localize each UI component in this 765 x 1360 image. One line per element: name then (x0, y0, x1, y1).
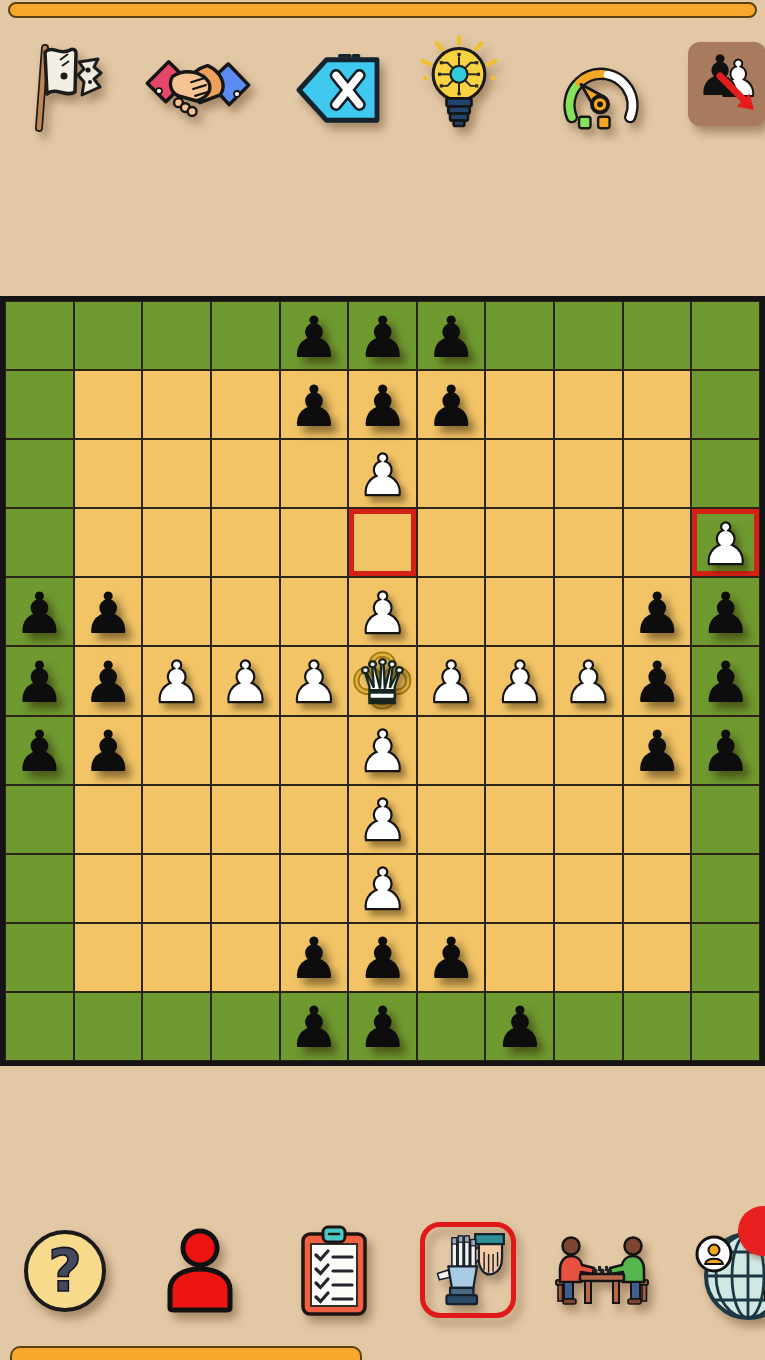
vs-computer-button[interactable] (420, 1222, 516, 1318)
board-cell[interactable] (211, 992, 280, 1061)
board-cell[interactable]: ♟ (280, 301, 349, 370)
clipboard-checklist-icon (298, 1222, 372, 1320)
board-cell[interactable] (74, 992, 143, 1061)
board-cell[interactable] (211, 439, 280, 508)
board-cell[interactable] (142, 785, 211, 854)
black-pawn[interactable]: ♟ (288, 306, 339, 366)
black-pawn[interactable]: ♟ (494, 996, 545, 1056)
svg-text:?: ? (48, 1237, 82, 1305)
board-cell[interactable] (142, 301, 211, 370)
surrender-button[interactable] (24, 40, 114, 134)
hint-button[interactable] (418, 34, 500, 136)
white-pawn[interactable]: ♟ (357, 858, 408, 918)
board-cell[interactable] (554, 301, 623, 370)
board-cell[interactable] (554, 577, 623, 646)
black-pawn[interactable]: ♟ (426, 927, 477, 987)
board-cell[interactable]: ♟ (623, 646, 692, 715)
board-cell[interactable]: ♛ (348, 646, 417, 715)
board-cell[interactable]: ♟ (74, 577, 143, 646)
lightbulb-brain-icon (418, 34, 500, 136)
board-cell[interactable] (211, 854, 280, 923)
board-cell[interactable] (554, 370, 623, 439)
board-cell[interactable]: ♟ (417, 301, 486, 370)
black-pawn[interactable]: ♟ (631, 651, 682, 711)
board-cell[interactable] (211, 370, 280, 439)
board-cell[interactable]: ♟ (280, 370, 349, 439)
board-cell[interactable] (691, 854, 760, 923)
swap-arrow-icon (688, 42, 765, 126)
white-pawn[interactable]: ♟ (220, 651, 271, 711)
board-cell[interactable]: ♟ (691, 577, 760, 646)
board-cell[interactable] (485, 854, 554, 923)
black-pawn[interactable]: ♟ (357, 306, 408, 366)
white-pawn[interactable]: ♟ (357, 789, 408, 849)
board-cell[interactable] (691, 992, 760, 1061)
board-cell[interactable] (280, 439, 349, 508)
board-cell[interactable]: ♟ (348, 301, 417, 370)
board-cell[interactable] (417, 785, 486, 854)
board-cell[interactable]: ♟ (485, 646, 554, 715)
black-pawn[interactable]: ♟ (426, 375, 477, 435)
back-arrow-x-icon (291, 52, 385, 128)
board-cell[interactable] (554, 508, 623, 577)
question-mark-icon: ? (22, 1228, 108, 1314)
gauge-icon (552, 50, 650, 132)
bottom-decor-strip (10, 1346, 362, 1360)
person-icon (158, 1224, 242, 1316)
board-cell[interactable] (554, 992, 623, 1061)
board-cell[interactable] (623, 508, 692, 577)
black-pawn[interactable]: ♟ (426, 306, 477, 366)
board-cell[interactable] (623, 370, 692, 439)
board-cell[interactable] (5, 508, 74, 577)
board-cell[interactable] (211, 301, 280, 370)
board-cell[interactable]: ♟ (348, 785, 417, 854)
board-cell[interactable]: ♟ (348, 854, 417, 923)
board-cell[interactable] (5, 370, 74, 439)
board-cell[interactable]: ♟ (417, 923, 486, 992)
local-two-player-button[interactable] (554, 1230, 650, 1314)
black-pawn[interactable]: ♟ (82, 651, 133, 711)
board-cell[interactable] (74, 301, 143, 370)
hnefatafl-app: ♟ ♟ ♟♟♟♟♟♟♟♟♟♟♟♟♟♟♟♟♟♟♛♟♟♟♟♟♟♟♟♟♟♟♟♟♟♟♟♟… (0, 0, 765, 1360)
undo-button[interactable] (291, 52, 385, 128)
board-cell[interactable] (417, 577, 486, 646)
board-cell[interactable]: ♟ (554, 646, 623, 715)
board-cell[interactable] (554, 439, 623, 508)
board-cell[interactable] (485, 439, 554, 508)
board-cell[interactable] (142, 370, 211, 439)
black-pawn[interactable]: ♟ (357, 927, 408, 987)
black-pawn[interactable]: ♟ (700, 582, 751, 642)
board-cell[interactable]: ♟ (74, 716, 143, 785)
board-cell[interactable] (691, 439, 760, 508)
board-cell[interactable] (554, 923, 623, 992)
board-cell[interactable] (485, 785, 554, 854)
board-cell[interactable]: ♟ (280, 646, 349, 715)
board-cell[interactable] (623, 439, 692, 508)
board-cell[interactable] (623, 301, 692, 370)
board-cell[interactable] (280, 577, 349, 646)
white-pawn[interactable]: ♟ (357, 444, 408, 504)
board-cell[interactable] (142, 577, 211, 646)
board-cell[interactable] (5, 439, 74, 508)
black-pawn[interactable]: ♟ (82, 582, 133, 642)
help-button[interactable]: ? (22, 1228, 108, 1314)
board-cell[interactable] (417, 508, 486, 577)
black-pawn[interactable]: ♟ (14, 651, 65, 711)
white-flag-icon (24, 40, 114, 134)
board-cell[interactable]: ♟ (348, 992, 417, 1061)
black-pawn[interactable]: ♟ (357, 996, 408, 1056)
white-pawn[interactable]: ♟ (494, 651, 545, 711)
board-cell[interactable]: ♟ (5, 577, 74, 646)
black-pawn[interactable]: ♟ (700, 651, 751, 711)
board-cell[interactable] (142, 992, 211, 1061)
white-king[interactable]: ♛ (356, 649, 410, 712)
board-cell[interactable] (485, 508, 554, 577)
black-pawn[interactable]: ♟ (357, 375, 408, 435)
board-cell[interactable] (348, 508, 417, 577)
board-cell[interactable]: ♟ (348, 370, 417, 439)
black-pawn[interactable]: ♟ (14, 720, 65, 780)
board-cell[interactable]: ♟ (280, 923, 349, 992)
offer-draw-button[interactable] (142, 52, 254, 130)
play-as-black-button[interactable]: ♟ ♟ (688, 42, 765, 126)
board-cell[interactable] (554, 785, 623, 854)
board-cell[interactable] (485, 301, 554, 370)
board-cell[interactable]: ♟ (74, 646, 143, 715)
board-cell[interactable]: ♟ (417, 646, 486, 715)
board-cell[interactable] (5, 923, 74, 992)
board-cell[interactable]: ♟ (691, 508, 760, 577)
board-cell[interactable] (280, 508, 349, 577)
difficulty-button[interactable] (552, 50, 650, 132)
board-cell[interactable] (74, 508, 143, 577)
board-cell[interactable] (142, 923, 211, 992)
board-cell[interactable]: ♟ (623, 577, 692, 646)
board-cell[interactable] (211, 577, 280, 646)
handshake-icon (142, 52, 254, 130)
board-cell[interactable] (691, 301, 760, 370)
board-cell[interactable] (5, 785, 74, 854)
board-cell[interactable] (142, 854, 211, 923)
board-cell[interactable] (485, 370, 554, 439)
board-cell[interactable] (74, 439, 143, 508)
board-cell[interactable] (5, 854, 74, 923)
board-cell[interactable] (417, 716, 486, 785)
board-cell[interactable] (211, 508, 280, 577)
white-pawn[interactable]: ♟ (700, 513, 751, 573)
board-cell[interactable] (280, 854, 349, 923)
board-cell[interactable] (554, 854, 623, 923)
board-cell[interactable]: ♟ (691, 646, 760, 715)
board-cell[interactable] (5, 992, 74, 1061)
board-cell[interactable] (691, 370, 760, 439)
board-cell[interactable] (417, 992, 486, 1061)
board-cell[interactable]: ♟ (348, 577, 417, 646)
move-list-button[interactable] (298, 1222, 372, 1320)
two-players-table-icon (554, 1230, 650, 1314)
board-cell[interactable] (485, 577, 554, 646)
board-cell[interactable] (623, 854, 692, 923)
board-cell[interactable] (623, 785, 692, 854)
white-pawn[interactable]: ♟ (357, 720, 408, 780)
board-cell[interactable]: ♟ (485, 992, 554, 1061)
black-pawn[interactable]: ♟ (631, 720, 682, 780)
white-pawn[interactable]: ♟ (357, 582, 408, 642)
board-cell[interactable] (142, 439, 211, 508)
board-cell[interactable] (485, 716, 554, 785)
board-cell[interactable]: ♟ (211, 646, 280, 715)
board-cell[interactable] (211, 923, 280, 992)
board-cell[interactable] (417, 439, 486, 508)
board-cell[interactable] (691, 785, 760, 854)
top-decor-strip (8, 2, 757, 18)
white-pawn[interactable]: ♟ (288, 651, 339, 711)
board-cell[interactable] (211, 785, 280, 854)
board-cell[interactable] (211, 716, 280, 785)
black-pawn[interactable]: ♟ (288, 996, 339, 1056)
board-cell[interactable] (623, 923, 692, 992)
board-cell[interactable]: ♟ (142, 646, 211, 715)
board-cell[interactable] (485, 923, 554, 992)
white-pawn[interactable]: ♟ (563, 651, 614, 711)
board-cell[interactable] (554, 716, 623, 785)
board-cell[interactable]: ♟ (623, 716, 692, 785)
board-cell[interactable] (5, 301, 74, 370)
board-cell[interactable]: ♟ (691, 716, 760, 785)
board-cell[interactable]: ♟ (348, 716, 417, 785)
board-cell[interactable] (74, 785, 143, 854)
black-pawn[interactable]: ♟ (631, 582, 682, 642)
black-pawn[interactable]: ♟ (700, 720, 751, 780)
board-cell[interactable] (280, 716, 349, 785)
white-pawn[interactable]: ♟ (151, 651, 202, 711)
board-cell[interactable]: ♟ (348, 923, 417, 992)
board-cell[interactable]: ♟ (5, 646, 74, 715)
board-cell[interactable]: ♟ (280, 992, 349, 1061)
board-cell[interactable]: ♟ (5, 716, 74, 785)
board-cell[interactable]: ♟ (417, 370, 486, 439)
white-pawn[interactable]: ♟ (426, 651, 477, 711)
board-cell[interactable] (142, 716, 211, 785)
black-pawn[interactable]: ♟ (82, 720, 133, 780)
board-cell[interactable] (623, 992, 692, 1061)
board-cell[interactable] (417, 854, 486, 923)
board-cell[interactable] (280, 785, 349, 854)
robot-vs-human-hands-icon (425, 1227, 511, 1313)
board-cell[interactable] (74, 923, 143, 992)
board-cell[interactable] (74, 854, 143, 923)
board-cell[interactable] (142, 508, 211, 577)
board-cell[interactable] (74, 370, 143, 439)
black-pawn[interactable]: ♟ (14, 582, 65, 642)
game-board: ♟♟♟♟♟♟♟♟♟♟♟♟♟♟♟♟♟♟♛♟♟♟♟♟♟♟♟♟♟♟♟♟♟♟♟♟♟ (0, 296, 765, 1066)
board-cell[interactable] (691, 923, 760, 992)
profile-button[interactable] (158, 1224, 242, 1316)
board-cell[interactable]: ♟ (348, 439, 417, 508)
black-pawn[interactable]: ♟ (288, 375, 339, 435)
black-pawn[interactable]: ♟ (288, 927, 339, 987)
